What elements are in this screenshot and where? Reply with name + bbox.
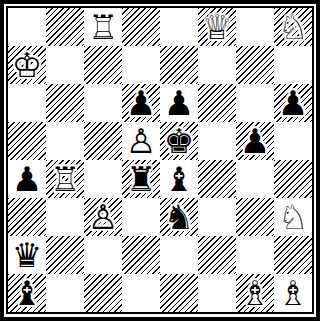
square-e3[interactable]: ♞ bbox=[160, 198, 198, 236]
piece-wN-h3: ♘ bbox=[278, 200, 308, 234]
square-h3[interactable]: ♘ bbox=[274, 198, 312, 236]
square-b6[interactable] bbox=[46, 84, 84, 122]
square-b7[interactable] bbox=[46, 46, 84, 84]
square-e7[interactable] bbox=[160, 46, 198, 84]
piece-bP-e6: ♟ bbox=[164, 86, 194, 120]
square-g7[interactable] bbox=[236, 46, 274, 84]
square-e4[interactable]: ♝ bbox=[160, 160, 198, 198]
piece-bQ-a2: ♛ bbox=[12, 238, 42, 272]
square-d5[interactable]: ♙ bbox=[122, 122, 160, 160]
square-h6[interactable]: ♟ bbox=[274, 84, 312, 122]
piece-wP-c3: ♙ bbox=[88, 200, 118, 234]
piece-bP-a4: ♟ bbox=[12, 162, 42, 196]
square-b8[interactable] bbox=[46, 8, 84, 46]
square-g4[interactable] bbox=[236, 160, 274, 198]
square-f6[interactable] bbox=[198, 84, 236, 122]
square-a8[interactable] bbox=[8, 8, 46, 46]
piece-wB-h1: ♗ bbox=[278, 276, 308, 310]
piece-wP-d5: ♙ bbox=[126, 124, 156, 158]
square-e1[interactable] bbox=[160, 274, 198, 312]
square-c5[interactable] bbox=[84, 122, 122, 160]
square-b2[interactable] bbox=[46, 236, 84, 274]
square-d8[interactable] bbox=[122, 8, 160, 46]
square-a7[interactable]: ♔ bbox=[8, 46, 46, 84]
square-f2[interactable] bbox=[198, 236, 236, 274]
square-c4[interactable] bbox=[84, 160, 122, 198]
piece-wK-a7: ♔ bbox=[12, 48, 42, 82]
square-d7[interactable] bbox=[122, 46, 160, 84]
square-g1[interactable]: ♗ bbox=[236, 274, 274, 312]
square-a1[interactable]: ♝ bbox=[8, 274, 46, 312]
square-c1[interactable] bbox=[84, 274, 122, 312]
square-a2[interactable]: ♛ bbox=[8, 236, 46, 274]
piece-wN-h8: ♘ bbox=[278, 10, 308, 44]
square-h8[interactable]: ♘ bbox=[274, 8, 312, 46]
square-f4[interactable] bbox=[198, 160, 236, 198]
square-d2[interactable] bbox=[122, 236, 160, 274]
piece-wR-b4: ♖ bbox=[50, 162, 80, 196]
square-d4[interactable]: ♜ bbox=[122, 160, 160, 198]
square-c3[interactable]: ♙ bbox=[84, 198, 122, 236]
square-b3[interactable] bbox=[46, 198, 84, 236]
piece-bK-e5: ♚ bbox=[164, 124, 194, 158]
square-e8[interactable] bbox=[160, 8, 198, 46]
square-a6[interactable] bbox=[8, 84, 46, 122]
square-h4[interactable] bbox=[274, 160, 312, 198]
piece-bN-e3: ♞ bbox=[164, 200, 194, 234]
piece-wB-g1: ♗ bbox=[240, 276, 270, 310]
square-d1[interactable] bbox=[122, 274, 160, 312]
chess-board: ♖♕♘♔♟♟♟♙♚♟♟♖♜♝♙♞♘♛♝♗♗ bbox=[6, 6, 314, 314]
square-g3[interactable] bbox=[236, 198, 274, 236]
square-e2[interactable] bbox=[160, 236, 198, 274]
square-g2[interactable] bbox=[236, 236, 274, 274]
square-c8[interactable]: ♖ bbox=[84, 8, 122, 46]
square-a5[interactable] bbox=[8, 122, 46, 160]
square-d3[interactable] bbox=[122, 198, 160, 236]
piece-wQ-f8: ♕ bbox=[202, 10, 232, 44]
piece-bP-d6: ♟ bbox=[126, 86, 156, 120]
square-f3[interactable] bbox=[198, 198, 236, 236]
square-e5[interactable]: ♚ bbox=[160, 122, 198, 160]
square-b5[interactable] bbox=[46, 122, 84, 160]
square-b4[interactable]: ♖ bbox=[46, 160, 84, 198]
square-e6[interactable]: ♟ bbox=[160, 84, 198, 122]
square-f7[interactable] bbox=[198, 46, 236, 84]
square-h2[interactable] bbox=[274, 236, 312, 274]
board-frame: ♖♕♘♔♟♟♟♙♚♟♟♖♜♝♙♞♘♛♝♗♗ bbox=[0, 0, 320, 321]
square-h7[interactable] bbox=[274, 46, 312, 84]
square-c2[interactable] bbox=[84, 236, 122, 274]
square-c6[interactable] bbox=[84, 84, 122, 122]
chess-diagram: ♖♕♘♔♟♟♟♙♚♟♟♖♜♝♙♞♘♛♝♗♗ bbox=[0, 0, 320, 321]
square-f8[interactable]: ♕ bbox=[198, 8, 236, 46]
square-d6[interactable]: ♟ bbox=[122, 84, 160, 122]
square-a3[interactable] bbox=[8, 198, 46, 236]
piece-wR-c8: ♖ bbox=[88, 10, 118, 44]
piece-bB-a1: ♝ bbox=[12, 276, 42, 310]
square-f1[interactable] bbox=[198, 274, 236, 312]
piece-bP-h6: ♟ bbox=[278, 86, 308, 120]
square-c7[interactable] bbox=[84, 46, 122, 84]
piece-bB-e4: ♝ bbox=[164, 162, 194, 196]
square-h5[interactable] bbox=[274, 122, 312, 160]
square-g6[interactable] bbox=[236, 84, 274, 122]
square-b1[interactable] bbox=[46, 274, 84, 312]
piece-bP-g5: ♟ bbox=[240, 124, 270, 158]
square-f5[interactable] bbox=[198, 122, 236, 160]
square-a4[interactable]: ♟ bbox=[8, 160, 46, 198]
square-g5[interactable]: ♟ bbox=[236, 122, 274, 160]
square-g8[interactable] bbox=[236, 8, 274, 46]
piece-bR-d4: ♜ bbox=[126, 162, 156, 196]
square-h1[interactable]: ♗ bbox=[274, 274, 312, 312]
